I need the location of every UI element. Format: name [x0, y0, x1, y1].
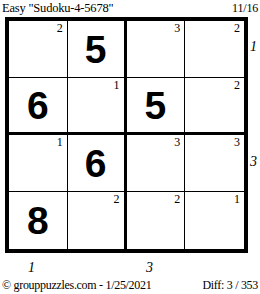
row-hint-label-1: 1	[250, 40, 257, 54]
corner-step-mark: 1	[234, 193, 240, 206]
copyright-text: © grouppuzzles.com - 1/25/2021	[2, 278, 151, 293]
corner-step-mark: 3	[174, 22, 180, 35]
given-digit: 5	[85, 30, 107, 69]
puzzle-title: Easy "Sudoku-4-5678"	[2, 1, 113, 16]
cell-r4c1: 8	[9, 192, 68, 249]
cell-r1c1: 2	[9, 21, 68, 78]
cell-r3c1: 1	[9, 135, 68, 192]
corner-step-mark: 1	[57, 136, 63, 149]
page-number: 11/16	[232, 1, 258, 16]
corner-step-mark: 3	[174, 136, 180, 149]
col-hint-label-3: 3	[146, 261, 153, 275]
cell-r3c3: 3	[127, 135, 186, 192]
cell-r1c3: 3	[127, 21, 186, 78]
cell-r2c2: 1	[68, 78, 127, 135]
given-digit: 6	[85, 144, 107, 183]
cell-r3c2: 6	[68, 135, 127, 192]
corner-step-mark: 2	[234, 79, 240, 92]
puzzle-page: Easy "Sudoku-4-5678" 11/16 2532615216338…	[0, 0, 260, 294]
given-digit: 5	[145, 86, 167, 125]
cell-r3c4: 3	[185, 135, 244, 192]
difficulty-text: Diff: 3 / 353	[202, 278, 258, 293]
corner-step-mark: 3	[234, 136, 240, 149]
cell-r4c4: 1	[185, 192, 244, 249]
cell-r1c2: 5	[68, 21, 127, 78]
col-hint-label-1: 1	[28, 261, 35, 275]
row-hint-label-3: 3	[250, 155, 257, 169]
given-digit: 8	[27, 201, 49, 240]
given-digit: 6	[27, 86, 49, 125]
cell-r4c3: 2	[127, 192, 186, 249]
cell-r2c4: 2	[185, 78, 244, 135]
cell-r1c4: 2	[185, 21, 244, 78]
cell-r2c1: 6	[9, 78, 68, 135]
corner-step-mark: 2	[57, 22, 63, 35]
corner-step-mark: 2	[114, 193, 120, 206]
corner-step-mark: 1	[114, 79, 120, 92]
sudoku-board: 2532615216338221	[5, 17, 248, 253]
cell-r2c3: 5	[127, 78, 186, 135]
cell-r4c2: 2	[68, 192, 127, 249]
corner-step-mark: 2	[234, 22, 240, 35]
corner-step-mark: 2	[174, 193, 180, 206]
